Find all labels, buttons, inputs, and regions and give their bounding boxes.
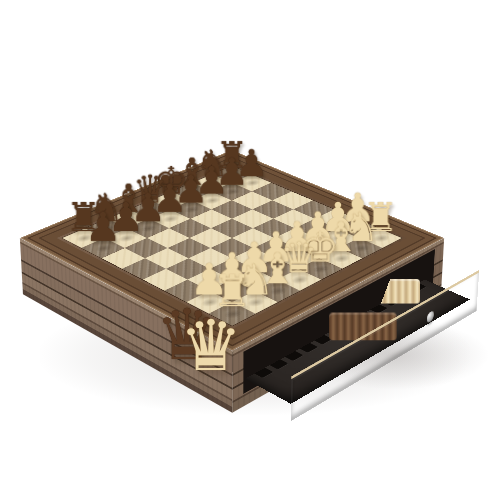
maple-checker-disc (398, 279, 405, 304)
walnut-checker-disc (329, 313, 337, 341)
maple-checker-disc (391, 279, 398, 304)
product-photo-scene: ♜♞♝♛♚♝♞♜♟♟♟♟♟♟♟♟♟♟♟♟♟♟♟♟♜♞♝♛♚♝♞♜ ♛ ♛ (0, 0, 500, 500)
walnut-checker-disc (337, 313, 345, 341)
drawer-knob[interactable] (426, 310, 434, 324)
walnut-checker-disc (352, 313, 360, 341)
piece-dark-pawn[interactable]: ♟ (81, 205, 126, 248)
maple-checker-disc (413, 279, 420, 304)
spare-light-queen[interactable]: ♛ (176, 311, 246, 381)
square-e6[interactable] (191, 209, 232, 228)
walnut-checker-disc (344, 313, 352, 341)
maple-checker-disc (406, 279, 413, 304)
